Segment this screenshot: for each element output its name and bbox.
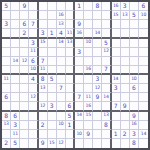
cell-r3-c13[interactable] [112,20,121,29]
cell-r16-c16[interactable] [139,139,148,148]
cell-r12-c14[interactable]: 9 [121,102,130,111]
cell-r15-c14[interactable]: 2 [121,130,130,139]
cell-r12-c12[interactable] [102,102,111,111]
cell-r6-c5[interactable] [39,48,48,57]
cell-r1-c14[interactable]: 3 [121,2,130,11]
cell-r7-c13[interactable] [112,57,121,66]
cell-r7-c7[interactable] [57,57,66,66]
cell-r8-c2[interactable] [11,66,20,75]
cell-r12-c9[interactable] [75,102,84,111]
cell-r5-c11[interactable] [93,39,102,48]
sudoku-board: 5918163616151351036713923141116143151413… [0,0,150,150]
cell-r11-c5[interactable] [39,93,48,102]
cell-r11-c15[interactable] [130,93,139,102]
cell-r10-c12[interactable] [102,84,111,93]
cell-r5-c14[interactable] [121,39,130,48]
cell-r9-c15[interactable]: 10 [130,75,139,84]
cell-r10-c6[interactable] [48,84,57,93]
cell-r14-c1[interactable]: 13 [2,121,11,130]
cell-r12-c6[interactable]: 3 [48,102,57,111]
cell-r6-c4[interactable]: 11 [29,48,38,57]
cell-r14-c6[interactable] [48,121,57,130]
cell-r4-c11[interactable]: 14 [93,29,102,38]
cell-r11-c14[interactable] [121,93,130,102]
cell-r1-c10[interactable] [84,2,93,11]
cell-r4-c7[interactable]: 4 [57,29,66,38]
cell-r13-c13[interactable] [112,112,121,121]
cell-r3-c8[interactable] [66,20,75,29]
cell-r6-c11[interactable] [93,48,102,57]
cell-r15-c10[interactable]: 9 [84,130,93,139]
cell-r11-c4[interactable]: 12 [29,93,38,102]
cell-r8-c4[interactable]: 10 [29,66,38,75]
cell-r13-c12[interactable]: 13 [102,112,111,121]
cell-r12-c5[interactable]: 12 [39,102,48,111]
cell-r8-c12[interactable]: 7 [102,66,111,75]
cell-r8-c5[interactable]: 11 [39,66,48,75]
cell-r12-c8[interactable]: 6 [66,102,75,111]
cell-r13-c8[interactable]: 5 [66,112,75,121]
cell-r14-c8[interactable]: 1 [66,121,75,130]
cell-r13-c6[interactable] [48,112,57,121]
cell-r2-c11[interactable] [93,11,102,20]
cell-r1-c5[interactable] [39,2,48,11]
cell-r2-c10[interactable] [84,11,93,20]
cell-r12-c11[interactable] [93,102,102,111]
cell-r7-c11[interactable] [93,57,102,66]
cell-r16-c9[interactable] [75,139,84,148]
cell-r4-c4[interactable] [29,29,38,38]
cell-r1-c1[interactable]: 5 [2,2,11,11]
cell-r4-c16[interactable] [139,29,148,38]
cell-r6-c7[interactable] [57,48,66,57]
cell-r13-c10[interactable]: 15 [84,112,93,121]
cell-r15-c12[interactable] [102,130,111,139]
cell-r14-c7[interactable]: 10 [57,121,66,130]
cell-r3-c15[interactable] [130,20,139,29]
cell-r13-c5[interactable] [39,112,48,121]
cell-r12-c1[interactable] [2,102,11,111]
cell-r4-c12[interactable] [102,29,111,38]
cell-r9-c6[interactable]: 5 [48,75,57,84]
cell-r7-c10[interactable] [84,57,93,66]
cell-r15-c9[interactable]: 10 [75,130,84,139]
cell-r8-c15[interactable] [130,66,139,75]
cell-r11-c9[interactable]: 7 [75,93,84,102]
cell-r10-c10[interactable] [84,84,93,93]
cell-r12-c16[interactable] [139,102,148,111]
cell-r5-c13[interactable] [112,39,121,48]
cell-r1-c11[interactable]: 8 [93,2,102,11]
cell-r10-c13[interactable]: 3 [112,84,121,93]
cell-r4-c5[interactable]: 3 [39,29,48,38]
cell-r9-c13[interactable]: 14 [112,75,121,84]
cell-r10-c15[interactable]: 6 [130,84,139,93]
cell-r1-c8[interactable] [66,2,75,11]
cell-r9-c5[interactable]: 8 [39,75,48,84]
cell-r16-c1[interactable]: 2 [2,139,11,148]
cell-r2-c5[interactable] [39,11,48,20]
cell-r13-c15[interactable]: 9 [130,112,139,121]
cell-r2-c8[interactable] [66,11,75,20]
cell-r14-c14[interactable] [121,121,130,130]
cell-r4-c15[interactable] [130,29,139,38]
cell-r4-c1[interactable] [2,29,11,38]
cell-r10-c5[interactable]: 13 [39,84,48,93]
cell-r10-c16[interactable] [139,84,148,93]
cell-r9-c8[interactable] [66,75,75,84]
cell-r7-c9[interactable] [75,57,84,66]
cell-r10-c2[interactable] [11,84,20,93]
cell-r10-c3[interactable] [20,84,29,93]
cell-r13-c3[interactable] [20,112,29,121]
cell-r12-c10[interactable]: 16 [84,102,93,111]
cell-r7-c6[interactable] [48,57,57,66]
cell-r12-c2[interactable] [11,102,20,111]
cell-r9-c16[interactable] [139,75,148,84]
cell-r7-c2[interactable]: 14 [11,57,20,66]
cell-r3-c2[interactable] [11,20,20,29]
cell-r8-c3[interactable] [20,66,29,75]
cell-r6-c10[interactable] [84,48,93,57]
cell-r16-c11[interactable] [93,139,102,148]
cell-r9-c11[interactable]: 3 [93,75,102,84]
cell-r8-c13[interactable] [112,66,121,75]
cell-r15-c4[interactable] [29,130,38,139]
cell-r5-c2[interactable] [11,39,20,48]
cell-r7-c12[interactable] [102,57,111,66]
cell-r13-c14[interactable] [121,112,130,121]
cell-r16-c2[interactable]: 5 [11,139,20,148]
cell-r11-c11[interactable]: 9 [93,93,102,102]
cell-r3-c10[interactable] [84,20,93,29]
cell-r2-c1[interactable] [2,11,11,20]
cell-r7-c14[interactable] [121,57,130,66]
cell-r1-c9[interactable]: 1 [75,2,84,11]
cell-r3-c14[interactable] [121,20,130,29]
cell-r15-c16[interactable]: 14 [139,130,148,139]
cell-r15-c15[interactable]: 3 [130,130,139,139]
cell-r4-c9[interactable]: 16 [75,29,84,38]
cell-r6-c16[interactable] [139,48,148,57]
cell-r15-c5[interactable] [39,130,48,139]
cell-r2-c15[interactable]: 5 [130,11,139,20]
cell-r16-c3[interactable] [20,139,29,148]
cell-r11-c6[interactable] [48,93,57,102]
cell-r14-c5[interactable]: 2 [39,121,48,130]
cell-r7-c16[interactable] [139,57,148,66]
cell-r16-c6[interactable]: 15 [48,139,57,148]
cell-r16-c10[interactable] [84,139,93,148]
cell-r1-c6[interactable] [48,2,57,11]
cell-r8-c10[interactable]: 16 [84,66,93,75]
cell-r5-c1[interactable] [2,39,11,48]
cell-r2-c12[interactable] [102,11,111,20]
cell-r15-c11[interactable] [93,130,102,139]
cell-r12-c7[interactable] [57,102,66,111]
cell-r3-c1[interactable]: 3 [2,20,11,29]
cell-r2-c13[interactable]: 15 [112,11,121,20]
cell-r12-c3[interactable] [20,102,29,111]
cell-r11-c13[interactable] [112,93,121,102]
cell-r4-c3[interactable]: 2 [20,29,29,38]
cell-r10-c8[interactable] [66,84,75,93]
cell-r14-c4[interactable] [29,121,38,130]
cell-r1-c4[interactable] [29,2,38,11]
cell-r1-c15[interactable] [130,2,139,11]
cell-r8-c7[interactable] [57,66,66,75]
cell-r11-c10[interactable]: 11 [84,93,93,102]
cell-r8-c11[interactable] [93,66,102,75]
cell-r16-c12[interactable] [102,139,111,148]
cell-r16-c15[interactable]: 8 [130,139,139,148]
cell-r10-c7[interactable]: 7 [57,84,66,93]
cell-r3-c7[interactable]: 13 [57,20,66,29]
cell-r10-c1[interactable] [2,84,11,93]
cell-r5-c16[interactable] [139,39,148,48]
cell-r3-c4[interactable]: 7 [29,20,38,29]
cell-r8-c14[interactable] [121,66,130,75]
cell-r8-c8[interactable] [66,66,75,75]
cell-r3-c12[interactable] [102,20,111,29]
cell-r12-c4[interactable] [29,102,38,111]
cell-r4-c8[interactable]: 11 [66,29,75,38]
cell-r11-c8[interactable] [66,93,75,102]
cell-r9-c14[interactable] [121,75,130,84]
cell-r14-c3[interactable] [20,121,29,130]
cell-r9-c3[interactable] [20,75,29,84]
cell-r11-c3[interactable] [20,93,29,102]
cell-r8-c9[interactable] [75,66,84,75]
cell-r10-c9[interactable] [75,84,84,93]
cell-r5-c3[interactable] [20,39,29,48]
cell-r6-c13[interactable] [112,48,121,57]
cell-r6-c14[interactable] [121,48,130,57]
cell-r9-c4[interactable]: 4 [29,75,38,84]
cell-r14-c15[interactable]: 16 [130,121,139,130]
cell-r15-c6[interactable] [48,130,57,139]
cell-r16-c7[interactable]: 12 [57,139,66,148]
cell-r4-c2[interactable] [11,29,20,38]
cell-r13-c4[interactable] [29,112,38,121]
cell-r4-c14[interactable] [121,29,130,38]
cell-r5-c9[interactable] [75,39,84,48]
cell-r3-c3[interactable]: 6 [20,20,29,29]
cell-r10-c4[interactable] [29,84,38,93]
cell-r14-c13[interactable] [112,121,121,130]
cell-r1-c2[interactable] [11,2,20,11]
cell-r10-c14[interactable] [121,84,130,93]
cell-r4-c10[interactable] [84,29,93,38]
cell-r7-c1[interactable] [2,57,11,66]
cell-r7-c5[interactable]: 7 [39,57,48,66]
cell-r16-c5[interactable]: 9 [39,139,48,148]
cell-r5-c8[interactable]: 13 [66,39,75,48]
cell-r14-c12[interactable]: 8 [102,121,111,130]
cell-r2-c9[interactable] [75,11,84,20]
cell-r15-c8[interactable] [66,130,75,139]
cell-r2-c2[interactable] [11,11,20,20]
cell-r9-c1[interactable]: 11 [2,75,11,84]
cell-r5-c7[interactable]: 14 [57,39,66,48]
cell-r16-c14[interactable] [121,139,130,148]
cell-r12-c15[interactable] [130,102,139,111]
cell-r7-c8[interactable] [66,57,75,66]
cell-r9-c12[interactable] [102,75,111,84]
cell-r1-c13[interactable]: 16 [112,2,121,11]
cell-r14-c2[interactable]: 3 [11,121,20,130]
cell-r15-c13[interactable]: 1 [112,130,121,139]
cell-r13-c7[interactable] [57,112,66,121]
cell-r1-c3[interactable]: 9 [20,2,29,11]
cell-r13-c2[interactable]: 6 [11,112,20,121]
cell-r8-c16[interactable] [139,66,148,75]
cell-r6-c15[interactable] [130,48,139,57]
cell-r11-c7[interactable] [57,93,66,102]
cell-r6-c2[interactable] [11,48,20,57]
cell-r3-c9[interactable]: 9 [75,20,84,29]
cell-r11-c16[interactable] [139,93,148,102]
cell-r4-c13[interactable] [112,29,121,38]
cell-r13-c9[interactable]: 14 [75,112,84,121]
cell-r14-c16[interactable] [139,121,148,130]
cell-r14-c10[interactable] [84,121,93,130]
cell-r3-c11[interactable] [93,20,102,29]
cell-r7-c15[interactable] [130,57,139,66]
cell-r5-c12[interactable]: 5 [102,39,111,48]
cell-r11-c2[interactable] [11,93,20,102]
cell-r3-c5[interactable] [39,20,48,29]
cell-r5-c15[interactable] [130,39,139,48]
cell-r9-c9[interactable] [75,75,84,84]
cell-r10-c11[interactable]: 12 [93,84,102,93]
cell-r5-c10[interactable]: 10 [84,39,93,48]
cell-r6-c12[interactable]: 12 [102,48,111,57]
cell-r9-c2[interactable] [11,75,20,84]
cell-r7-c3[interactable]: 12 [20,57,29,66]
cell-r1-c7[interactable] [57,2,66,11]
cell-r2-c7[interactable]: 16 [57,11,66,20]
cell-r8-c1[interactable] [2,66,11,75]
cell-r4-c6[interactable]: 1 [48,29,57,38]
cell-r5-c5[interactable]: 15 [39,39,48,48]
cell-r1-c16[interactable]: 6 [139,2,148,11]
cell-r16-c8[interactable] [66,139,75,148]
cell-r6-c1[interactable] [2,48,11,57]
cell-r15-c1[interactable] [2,130,11,139]
cell-r6-c6[interactable] [48,48,57,57]
cell-r15-c3[interactable] [20,130,29,139]
cell-r13-c16[interactable] [139,112,148,121]
cell-r12-c13[interactable]: 7 [112,102,121,111]
cell-r2-c6[interactable] [48,11,57,20]
cell-r2-c14[interactable]: 13 [121,11,130,20]
cell-r8-c6[interactable] [48,66,57,75]
cell-r13-c1[interactable]: 8 [2,112,11,121]
cell-r7-c4[interactable]: 6 [29,57,38,66]
cell-r16-c4[interactable] [29,139,38,148]
cell-r9-c10[interactable] [84,75,93,84]
cell-r3-c16[interactable] [139,20,148,29]
cell-r6-c8[interactable] [66,48,75,57]
cell-r11-c1[interactable]: 6 [2,93,11,102]
cell-r14-c9[interactable] [75,121,84,130]
cell-r5-c6[interactable] [48,39,57,48]
cell-r11-c12[interactable]: 14 [102,93,111,102]
cell-r5-c4[interactable]: 3 [29,39,38,48]
cell-r16-c13[interactable] [112,139,121,148]
cell-r2-c4[interactable] [29,11,38,20]
cell-r2-c16[interactable]: 10 [139,11,148,20]
cell-r9-c7[interactable] [57,75,66,84]
cell-r15-c7[interactable] [57,130,66,139]
cell-r6-c3[interactable] [20,48,29,57]
cell-r2-c3[interactable] [20,11,29,20]
cell-r14-c11[interactable] [93,121,102,130]
cell-r3-c6[interactable] [48,20,57,29]
cell-r1-c12[interactable] [102,2,111,11]
cell-r15-c2[interactable]: 11 [11,130,20,139]
cell-r6-c9[interactable]: 3 [75,48,84,57]
cell-r13-c11[interactable] [93,112,102,121]
